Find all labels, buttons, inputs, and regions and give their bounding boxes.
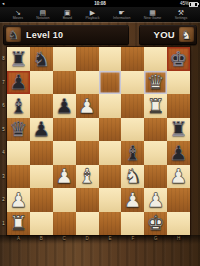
file-label-e: E bbox=[99, 236, 122, 244]
file-label-c: C bbox=[53, 236, 76, 244]
square-d5[interactable] bbox=[76, 118, 99, 142]
square-d1[interactable] bbox=[76, 212, 99, 236]
toolbar-item-moves[interactable]: ↘Moves bbox=[13, 9, 23, 20]
white-pawn-g2[interactable]: ♟ bbox=[147, 189, 165, 209]
opponent-badge: ♞ bbox=[6, 27, 21, 42]
black-pawn-a7[interactable]: ♟ bbox=[9, 72, 27, 92]
square-d3[interactable]: ♝ bbox=[76, 165, 99, 189]
square-e1[interactable] bbox=[99, 212, 122, 236]
square-d2[interactable] bbox=[76, 188, 99, 212]
square-h2[interactable] bbox=[167, 188, 190, 212]
square-g6[interactable]: ♜ bbox=[144, 94, 167, 118]
toolbar-item-label: Moves bbox=[13, 17, 23, 21]
square-h8[interactable]: ♚ bbox=[167, 47, 190, 71]
battery-percent: 45% bbox=[180, 1, 189, 6]
square-g5[interactable] bbox=[144, 118, 167, 142]
toolbar-item-playback[interactable]: ▶Playback bbox=[85, 9, 99, 20]
window-icon: ▣ bbox=[64, 9, 71, 16]
square-c4[interactable] bbox=[53, 141, 76, 165]
status-bar: ◂ 10:08 45% bbox=[0, 0, 200, 7]
toolbar-item-label: Information bbox=[113, 17, 131, 21]
white-rook-a1[interactable]: ♜ bbox=[9, 213, 27, 233]
black-bishop-f4[interactable]: ♝ bbox=[124, 142, 142, 162]
square-e6[interactable] bbox=[99, 94, 122, 118]
square-c2[interactable] bbox=[53, 188, 76, 212]
square-f8[interactable] bbox=[121, 47, 144, 71]
square-f5[interactable] bbox=[121, 118, 144, 142]
square-g1[interactable]: ♚ bbox=[144, 212, 167, 236]
black-knight-b8[interactable]: ♞ bbox=[32, 48, 50, 68]
square-a3[interactable] bbox=[7, 165, 30, 189]
rank-label-7: 7 bbox=[0, 71, 7, 95]
white-king-g1[interactable]: ♚ bbox=[147, 213, 165, 233]
white-pawn-a2[interactable]: ♟ bbox=[9, 189, 27, 209]
square-f7[interactable] bbox=[121, 71, 144, 95]
game-header: ♞ Level 10 YOU ♞ bbox=[0, 22, 200, 47]
square-a2[interactable]: ♟ bbox=[7, 188, 30, 212]
square-b1[interactable] bbox=[30, 212, 53, 236]
square-e5[interactable] bbox=[99, 118, 122, 142]
square-e7[interactable] bbox=[99, 71, 122, 95]
black-rook-a8[interactable]: ♜ bbox=[9, 48, 27, 68]
white-pawn-f2[interactable]: ♟ bbox=[124, 189, 142, 209]
toolbar-item-new-game[interactable]: ▦New Game bbox=[144, 9, 162, 20]
toolbar-item-label: Notation bbox=[36, 17, 49, 21]
opponent-label: Level 10 bbox=[26, 30, 63, 40]
white-knight-icon: ♞ bbox=[181, 29, 192, 41]
toolbar-item-information[interactable]: ☛Information bbox=[113, 9, 131, 20]
square-d4[interactable] bbox=[76, 141, 99, 165]
square-f1[interactable] bbox=[121, 212, 144, 236]
playback-icon: ▶ bbox=[90, 9, 95, 16]
square-f3[interactable]: ♞ bbox=[121, 165, 144, 189]
white-rook-g6[interactable]: ♜ bbox=[147, 95, 165, 115]
square-h6[interactable] bbox=[167, 94, 190, 118]
file-label-g: G bbox=[144, 236, 167, 244]
rank-label-8: 8 bbox=[0, 47, 7, 71]
grid-icon: ▦ bbox=[149, 9, 156, 16]
square-a6[interactable]: ♝ bbox=[7, 94, 30, 118]
black-pawn-h4[interactable]: ♟ bbox=[170, 142, 188, 162]
white-knight-f3[interactable]: ♞ bbox=[124, 166, 142, 186]
white-queen-g7[interactable]: ♛ bbox=[147, 72, 165, 92]
square-c3[interactable]: ♟ bbox=[53, 165, 76, 189]
square-h1[interactable] bbox=[167, 212, 190, 236]
file-label-f: F bbox=[121, 236, 144, 244]
rank-label-6: 6 bbox=[0, 94, 7, 118]
square-c6[interactable]: ♟ bbox=[53, 94, 76, 118]
black-bishop-a6[interactable]: ♝ bbox=[9, 95, 27, 115]
square-c1[interactable] bbox=[53, 212, 76, 236]
black-rook-h5[interactable]: ♜ bbox=[170, 119, 188, 139]
file-label-b: B bbox=[30, 236, 53, 244]
toolbar-item-label: New Game bbox=[144, 17, 162, 21]
file-label-a: A bbox=[7, 236, 30, 244]
square-b6[interactable] bbox=[30, 94, 53, 118]
square-c7[interactable] bbox=[53, 71, 76, 95]
square-b7[interactable] bbox=[30, 71, 53, 95]
square-f4[interactable]: ♝ bbox=[121, 141, 144, 165]
square-b4[interactable] bbox=[30, 141, 53, 165]
square-g4[interactable] bbox=[144, 141, 167, 165]
toolbar-item-notation[interactable]: ▤Notation bbox=[36, 9, 49, 20]
black-pawn-b5[interactable]: ♟ bbox=[32, 119, 50, 139]
status-time: 10:08 bbox=[0, 1, 200, 6]
square-a5[interactable]: ♛ bbox=[7, 118, 30, 142]
document-icon: ▤ bbox=[40, 9, 47, 16]
square-d7[interactable] bbox=[76, 71, 99, 95]
square-h4[interactable]: ♟ bbox=[167, 141, 190, 165]
square-a1[interactable]: ♜ bbox=[7, 212, 30, 236]
toolbar-item-label: Settings bbox=[175, 17, 188, 21]
white-pawn-h3[interactable]: ♟ bbox=[170, 166, 188, 186]
square-g3[interactable] bbox=[144, 165, 167, 189]
square-b5[interactable]: ♟ bbox=[30, 118, 53, 142]
toolbar: ↘Moves▤Notation▣Board▶Playback☛Informati… bbox=[0, 7, 200, 22]
cursor-icon: ↘ bbox=[15, 9, 21, 16]
black-knight-icon: ♞ bbox=[8, 29, 19, 41]
toolbar-item-label: Playback bbox=[85, 17, 99, 21]
white-pawn-d6[interactable]: ♟ bbox=[78, 95, 96, 115]
chess-board: ♜♞♚♟♛♝♟♟♜♛♟♜♝♟♟♝♞♟♟♟♟♜♚ bbox=[7, 47, 190, 235]
player-plaque[interactable]: YOU ♞ bbox=[139, 25, 197, 45]
chess-app-screen: ◂ 10:08 45% ↘Moves▤Notation▣Board▶Playba… bbox=[0, 0, 200, 266]
rank-labels: 87654321 bbox=[0, 47, 7, 235]
file-label-h: H bbox=[167, 236, 190, 244]
white-bishop-d3[interactable]: ♝ bbox=[78, 166, 96, 186]
black-pawn-c6[interactable]: ♟ bbox=[55, 95, 73, 115]
square-g8[interactable] bbox=[144, 47, 167, 71]
tools-icon: ⚒ bbox=[178, 9, 184, 16]
opponent-plaque[interactable]: ♞ Level 10 bbox=[3, 25, 129, 45]
white-pawn-c3[interactable]: ♟ bbox=[55, 166, 73, 186]
square-h7[interactable] bbox=[167, 71, 190, 95]
square-g2[interactable]: ♟ bbox=[144, 188, 167, 212]
square-b3[interactable] bbox=[30, 165, 53, 189]
black-king-h8[interactable]: ♚ bbox=[170, 48, 188, 68]
rank-label-1: 1 bbox=[0, 212, 7, 236]
hand-icon: ☛ bbox=[119, 9, 125, 16]
square-a7[interactable]: ♟ bbox=[7, 71, 30, 95]
square-b2[interactable] bbox=[30, 188, 53, 212]
rank-label-5: 5 bbox=[0, 118, 7, 142]
toolbar-item-settings[interactable]: ⚒Settings bbox=[175, 9, 188, 20]
rank-label-4: 4 bbox=[0, 141, 7, 165]
square-e4[interactable] bbox=[99, 141, 122, 165]
square-e3[interactable] bbox=[99, 165, 122, 189]
square-f2[interactable]: ♟ bbox=[121, 188, 144, 212]
square-d8[interactable] bbox=[76, 47, 99, 71]
square-h5[interactable]: ♜ bbox=[167, 118, 190, 142]
player-label: YOU bbox=[154, 29, 176, 40]
toolbar-item-board[interactable]: ▣Board bbox=[63, 9, 72, 20]
file-labels: ABCDEFGH bbox=[7, 236, 190, 244]
rank-label-2: 2 bbox=[0, 188, 7, 212]
square-b8[interactable]: ♞ bbox=[30, 47, 53, 71]
square-c8[interactable] bbox=[53, 47, 76, 71]
square-d6[interactable]: ♟ bbox=[76, 94, 99, 118]
toolbar-item-label: Board bbox=[63, 17, 72, 21]
square-h3[interactable]: ♟ bbox=[167, 165, 190, 189]
square-a8[interactable]: ♜ bbox=[7, 47, 30, 71]
square-g7[interactable]: ♛ bbox=[144, 71, 167, 95]
player-badge: ♞ bbox=[179, 27, 194, 42]
square-a4[interactable] bbox=[7, 141, 30, 165]
square-c5[interactable] bbox=[53, 118, 76, 142]
file-label-d: D bbox=[76, 236, 99, 244]
square-e2[interactable] bbox=[99, 188, 122, 212]
square-f6[interactable] bbox=[121, 94, 144, 118]
black-queen-a5[interactable]: ♛ bbox=[9, 119, 27, 139]
rank-label-3: 3 bbox=[0, 165, 7, 189]
square-e8[interactable] bbox=[99, 47, 122, 71]
